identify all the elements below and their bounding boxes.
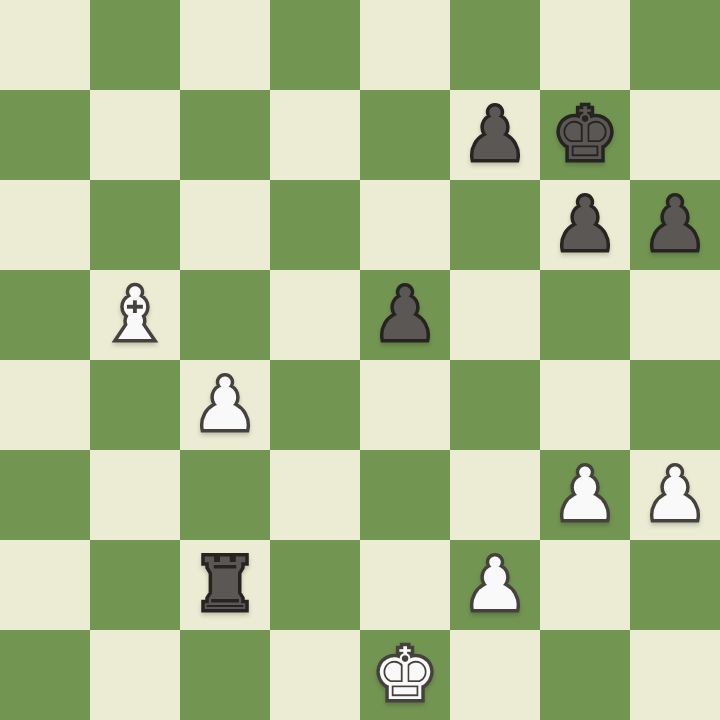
square-f1[interactable] [450,630,540,720]
black-king-glyph: ♚ [540,90,630,180]
piece-black-pawn[interactable]: ♟ [540,180,630,270]
square-e8[interactable] [360,0,450,90]
piece-white-bishop[interactable]: ♝ [90,270,180,360]
square-a2[interactable] [0,540,90,630]
square-a7[interactable] [0,90,90,180]
square-g6[interactable]: ♟ [540,180,630,270]
square-e1[interactable]: ♚ [360,630,450,720]
black-pawn-glyph: ♟ [450,90,540,180]
chess-board: ♟♚♟♟♝♟♟♟♟♜♟♚ [0,0,720,720]
square-b1[interactable] [90,630,180,720]
square-a1[interactable] [0,630,90,720]
square-c1[interactable] [180,630,270,720]
black-pawn-glyph: ♟ [630,180,720,270]
white-bishop-glyph: ♝ [90,270,180,360]
piece-black-pawn[interactable]: ♟ [630,180,720,270]
square-g5[interactable] [540,270,630,360]
square-d3[interactable] [270,450,360,540]
square-f8[interactable] [450,0,540,90]
white-pawn-glyph: ♟ [180,360,270,450]
piece-black-pawn[interactable]: ♟ [360,270,450,360]
piece-black-pawn[interactable]: ♟ [450,90,540,180]
piece-white-pawn[interactable]: ♟ [180,360,270,450]
square-d8[interactable] [270,0,360,90]
piece-white-pawn[interactable]: ♟ [630,450,720,540]
piece-white-pawn[interactable]: ♟ [450,540,540,630]
square-g3[interactable]: ♟ [540,450,630,540]
square-g7[interactable]: ♚ [540,90,630,180]
square-e5[interactable]: ♟ [360,270,450,360]
square-d5[interactable] [270,270,360,360]
square-h8[interactable] [630,0,720,90]
square-h1[interactable] [630,630,720,720]
square-a4[interactable] [0,360,90,450]
square-c6[interactable] [180,180,270,270]
white-pawn-glyph: ♟ [630,450,720,540]
square-b4[interactable] [90,360,180,450]
square-b8[interactable] [90,0,180,90]
square-d2[interactable] [270,540,360,630]
white-pawn-glyph: ♟ [540,450,630,540]
square-b3[interactable] [90,450,180,540]
square-c4[interactable]: ♟ [180,360,270,450]
square-b7[interactable] [90,90,180,180]
square-e6[interactable] [360,180,450,270]
square-h2[interactable] [630,540,720,630]
square-a3[interactable] [0,450,90,540]
square-f6[interactable] [450,180,540,270]
square-d1[interactable] [270,630,360,720]
piece-black-rook[interactable]: ♜ [180,540,270,630]
square-c8[interactable] [180,0,270,90]
square-h4[interactable] [630,360,720,450]
square-g8[interactable] [540,0,630,90]
square-e4[interactable] [360,360,450,450]
square-e7[interactable] [360,90,450,180]
square-b2[interactable] [90,540,180,630]
square-e3[interactable] [360,450,450,540]
square-c2[interactable]: ♜ [180,540,270,630]
piece-white-king[interactable]: ♚ [360,630,450,720]
square-a6[interactable] [0,180,90,270]
square-a8[interactable] [0,0,90,90]
square-c5[interactable] [180,270,270,360]
square-h3[interactable]: ♟ [630,450,720,540]
square-f5[interactable] [450,270,540,360]
square-f7[interactable]: ♟ [450,90,540,180]
white-pawn-glyph: ♟ [450,540,540,630]
square-h5[interactable] [630,270,720,360]
black-pawn-glyph: ♟ [540,180,630,270]
piece-black-king[interactable]: ♚ [540,90,630,180]
square-e2[interactable] [360,540,450,630]
square-a5[interactable] [0,270,90,360]
square-h7[interactable] [630,90,720,180]
square-f4[interactable] [450,360,540,450]
black-rook-glyph: ♜ [180,540,270,630]
square-f2[interactable]: ♟ [450,540,540,630]
square-f3[interactable] [450,450,540,540]
square-d7[interactable] [270,90,360,180]
square-g4[interactable] [540,360,630,450]
square-b6[interactable] [90,180,180,270]
black-pawn-glyph: ♟ [360,270,450,360]
piece-white-pawn[interactable]: ♟ [540,450,630,540]
square-b5[interactable]: ♝ [90,270,180,360]
square-g1[interactable] [540,630,630,720]
square-d4[interactable] [270,360,360,450]
square-c7[interactable] [180,90,270,180]
square-d6[interactable] [270,180,360,270]
square-h6[interactable]: ♟ [630,180,720,270]
white-king-glyph: ♚ [360,630,450,720]
square-c3[interactable] [180,450,270,540]
square-g2[interactable] [540,540,630,630]
